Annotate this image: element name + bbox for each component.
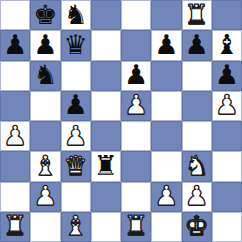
piece-white-knight[interactable]: ♞ (185, 152, 209, 179)
square-g6[interactable] (182, 61, 212, 91)
piece-black-pawn[interactable]: ♟ (64, 91, 88, 118)
square-c1[interactable]: ♝ (61, 212, 91, 242)
square-e8[interactable] (121, 0, 151, 30)
square-c2[interactable] (61, 182, 91, 212)
square-c7[interactable]: ♛ (61, 30, 91, 60)
piece-white-bishop[interactable]: ♝ (33, 152, 57, 179)
square-d2[interactable] (91, 182, 121, 212)
piece-white-pawn[interactable]: ♟ (154, 182, 178, 209)
square-g8[interactable]: ♜ (182, 0, 212, 30)
piece-white-queen[interactable]: ♛ (64, 152, 88, 179)
square-d1[interactable] (91, 212, 121, 242)
piece-white-bishop[interactable]: ♝ (64, 212, 88, 239)
square-c4[interactable]: ♟ (61, 121, 91, 151)
piece-black-pawn[interactable]: ♟ (215, 61, 239, 88)
square-h6[interactable]: ♟ (212, 61, 242, 91)
square-h2[interactable] (212, 182, 242, 212)
piece-white-pawn[interactable]: ♟ (215, 91, 239, 118)
piece-white-pawn[interactable]: ♟ (64, 122, 88, 149)
square-a2[interactable] (0, 182, 30, 212)
piece-white-pawn[interactable]: ♟ (3, 122, 27, 149)
square-f3[interactable] (151, 151, 181, 181)
square-b1[interactable] (30, 212, 60, 242)
piece-black-king[interactable]: ♚ (33, 1, 57, 28)
piece-black-rook[interactable]: ♜ (94, 152, 118, 179)
square-h3[interactable] (212, 151, 242, 181)
piece-black-pawn[interactable]: ♟ (185, 31, 209, 58)
square-b6[interactable]: ♞ (30, 61, 60, 91)
square-h4[interactable] (212, 121, 242, 151)
square-g1[interactable]: ♚ (182, 212, 212, 242)
square-h5[interactable]: ♟ (212, 91, 242, 121)
square-g3[interactable]: ♞ (182, 151, 212, 181)
square-a8[interactable] (0, 0, 30, 30)
piece-white-pawn[interactable]: ♟ (185, 182, 209, 209)
square-a1[interactable]: ♜ (0, 212, 30, 242)
square-d3[interactable]: ♜ (91, 151, 121, 181)
square-g4[interactable] (182, 121, 212, 151)
piece-black-queen[interactable]: ♛ (64, 31, 88, 58)
square-e7[interactable] (121, 30, 151, 60)
square-f6[interactable] (151, 61, 181, 91)
square-h1[interactable] (212, 212, 242, 242)
square-b8[interactable]: ♚ (30, 0, 60, 30)
square-e5[interactable]: ♟ (121, 91, 151, 121)
square-d6[interactable] (91, 61, 121, 91)
square-b3[interactable]: ♝ (30, 151, 60, 181)
square-h8[interactable] (212, 0, 242, 30)
chess-board: ♚♞♜♟♟♛♟♟♝♞♟♟♟♟♟♟♟♝♛♜♞♟♟♟♜♝♜♚ (0, 0, 242, 242)
square-e1[interactable]: ♜ (121, 212, 151, 242)
piece-white-pawn[interactable]: ♟ (33, 182, 57, 209)
square-a5[interactable] (0, 91, 30, 121)
square-g5[interactable] (182, 91, 212, 121)
piece-black-bishop[interactable]: ♝ (215, 31, 239, 58)
square-b2[interactable]: ♟ (30, 182, 60, 212)
square-b4[interactable] (30, 121, 60, 151)
square-f7[interactable]: ♟ (151, 30, 181, 60)
square-f1[interactable] (151, 212, 181, 242)
square-d4[interactable] (91, 121, 121, 151)
piece-black-pawn[interactable]: ♟ (33, 31, 57, 58)
square-b5[interactable] (30, 91, 60, 121)
square-e2[interactable] (121, 182, 151, 212)
square-d5[interactable] (91, 91, 121, 121)
square-f2[interactable]: ♟ (151, 182, 181, 212)
square-f8[interactable] (151, 0, 181, 30)
square-c6[interactable] (61, 61, 91, 91)
square-f4[interactable] (151, 121, 181, 151)
piece-black-knight[interactable]: ♞ (64, 1, 88, 28)
square-h7[interactable]: ♝ (212, 30, 242, 60)
square-c3[interactable]: ♛ (61, 151, 91, 181)
square-g7[interactable]: ♟ (182, 30, 212, 60)
square-a3[interactable] (0, 151, 30, 181)
square-c8[interactable]: ♞ (61, 0, 91, 30)
square-g2[interactable]: ♟ (182, 182, 212, 212)
piece-black-pawn[interactable]: ♟ (124, 61, 148, 88)
piece-black-pawn[interactable]: ♟ (3, 31, 27, 58)
piece-black-pawn[interactable]: ♟ (154, 31, 178, 58)
square-f5[interactable] (151, 91, 181, 121)
piece-white-rook[interactable]: ♜ (124, 212, 148, 239)
piece-white-rook[interactable]: ♜ (3, 212, 27, 239)
square-a4[interactable]: ♟ (0, 121, 30, 151)
square-a7[interactable]: ♟ (0, 30, 30, 60)
square-d8[interactable] (91, 0, 121, 30)
piece-white-pawn[interactable]: ♟ (124, 91, 148, 118)
piece-black-knight[interactable]: ♞ (33, 61, 57, 88)
square-e4[interactable] (121, 121, 151, 151)
square-e3[interactable] (121, 151, 151, 181)
square-b7[interactable]: ♟ (30, 30, 60, 60)
piece-white-rook[interactable]: ♜ (185, 1, 209, 28)
square-d7[interactable] (91, 30, 121, 60)
piece-white-king[interactable]: ♚ (185, 212, 209, 239)
square-c5[interactable]: ♟ (61, 91, 91, 121)
square-e6[interactable]: ♟ (121, 61, 151, 91)
square-a6[interactable] (0, 61, 30, 91)
